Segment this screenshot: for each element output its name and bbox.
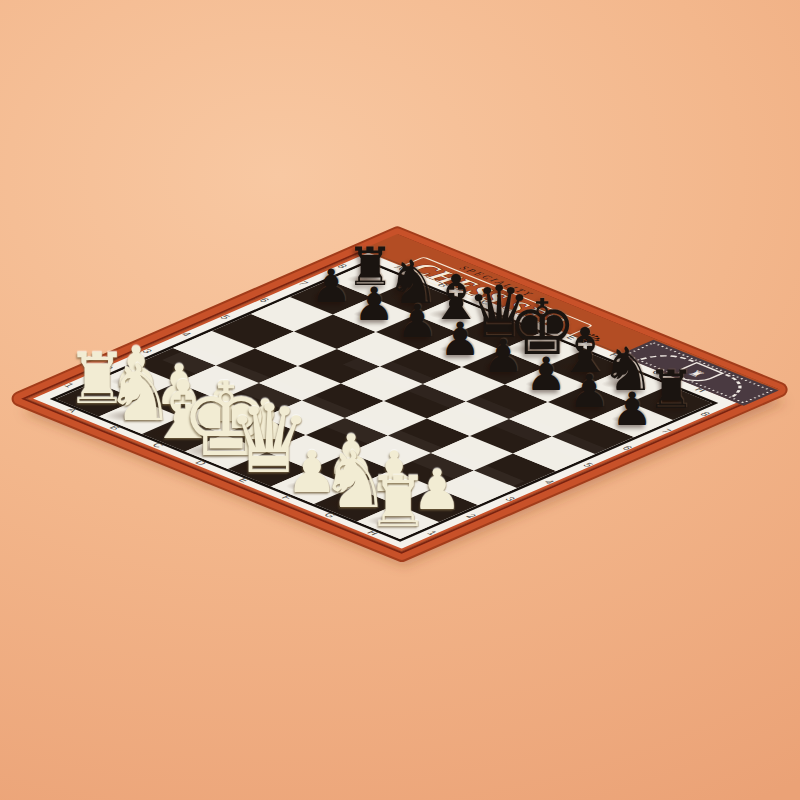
- chess-board-mat: AA11BB22CC33DD44EE55FF66GG77HH88SPECIALI…: [0, 0, 800, 800]
- photo-stage: AA11BB22CC33DD44EE55FF66GG77HH88SPECIALI…: [0, 0, 800, 800]
